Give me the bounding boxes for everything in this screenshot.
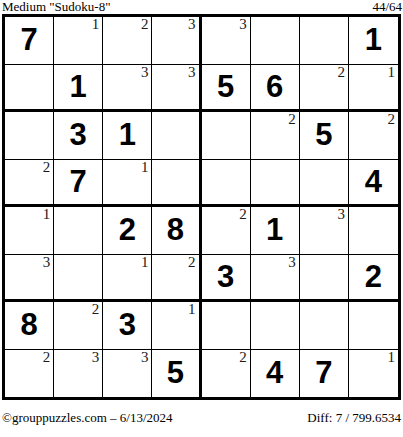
cell-r8c2[interactable]: 3 [54,350,103,398]
cell-r6c2[interactable] [54,255,103,303]
cell-r1c4[interactable]: 3 [152,17,201,65]
cell-r2c3[interactable]: 3 [103,65,152,113]
cell-r4c5[interactable] [202,160,251,208]
corner-mark: 3 [188,64,196,81]
corner-mark: 3 [92,349,100,366]
cell-r3c6[interactable]: 2 [251,112,300,160]
cell-r7c4[interactable]: 1 [152,302,201,350]
cell-r1c7[interactable] [300,17,349,65]
given-digit: 4 [251,350,299,398]
given-digit: 2 [103,207,151,254]
given-digit: 4 [349,160,398,205]
corner-mark: 2 [239,206,247,223]
given-digit: 3 [54,112,102,159]
cell-r4c2[interactable]: 7 [54,160,103,208]
corner-mark: 2 [141,16,149,33]
given-digit: 6 [251,65,299,110]
given-digit: 1 [251,207,299,254]
cell-r7c6[interactable] [251,302,300,350]
cell-r8c5[interactable]: 2 [202,350,251,398]
cell-r5c5[interactable]: 2 [202,207,251,255]
corner-mark: 1 [141,254,149,271]
given-digit: 5 [202,65,250,110]
given-digit: 3 [202,255,250,300]
cell-r4c3[interactable]: 1 [103,160,152,208]
corner-mark: 3 [239,16,247,33]
cell-r2c4[interactable]: 3 [152,65,201,113]
page-footer: ©grouppuzzles.com – 6/13/2024 Diff: 7 / … [2,410,401,425]
corner-mark: 1 [188,301,196,318]
cell-r3c5[interactable] [202,112,251,160]
cell-r2c8[interactable]: 1 [349,65,398,113]
given-digit: 1 [103,112,151,159]
corner-mark: 2 [288,111,296,128]
corner-mark: 3 [337,206,345,223]
cell-r4c1[interactable]: 2 [5,160,54,208]
cell-r7c8[interactable] [349,302,398,350]
corner-mark: 2 [239,349,247,366]
cell-r2c1[interactable] [5,65,54,113]
cell-r7c7[interactable] [300,302,349,350]
corner-mark: 3 [141,349,149,366]
cell-r3c1[interactable] [5,112,54,160]
cell-r6c3[interactable]: 1 [103,255,152,303]
sudoku-board: 7123311335621312522714128213312332823123… [2,14,401,400]
copyright-date: ©grouppuzzles.com – 6/13/2024 [2,410,173,425]
cell-r1c3[interactable]: 2 [103,17,152,65]
cell-r3c7[interactable]: 5 [300,112,349,160]
given-digit: 3 [103,302,151,349]
cell-r4c8[interactable]: 4 [349,160,398,208]
cell-r8c4[interactable]: 5 [152,350,201,398]
corner-mark: 3 [43,254,51,271]
cell-r1c8[interactable]: 1 [349,17,398,65]
cell-r5c8[interactable] [349,207,398,255]
given-digit: 5 [152,350,198,398]
given-digit: 7 [54,160,102,205]
cell-r2c5[interactable]: 5 [202,65,251,113]
cell-r3c4[interactable] [152,112,201,160]
corner-mark: 1 [141,159,149,176]
cell-r7c1[interactable]: 8 [5,302,54,350]
corner-mark: 3 [141,64,149,81]
corner-mark: 2 [337,64,345,81]
page-header: Medium "Sudoku-8" 44/64 [2,0,402,13]
corner-mark: 2 [188,254,196,271]
given-digit: 7 [5,17,53,64]
corner-mark: 2 [43,349,51,366]
cell-r5c3[interactable]: 2 [103,207,152,255]
cell-r4c7[interactable] [300,160,349,208]
given-digit: 5 [300,112,348,159]
given-digit: 8 [5,302,53,349]
given-digit: 8 [152,207,198,254]
cell-r5c4[interactable]: 8 [152,207,201,255]
corner-mark: 1 [388,349,396,366]
corner-mark: 2 [388,111,396,128]
corner-mark: 3 [188,16,196,33]
cell-r6c1[interactable]: 3 [5,255,54,303]
corner-mark: 2 [92,301,100,318]
cell-r5c1[interactable]: 1 [5,207,54,255]
given-digit: 1 [54,65,102,110]
corner-mark: 1 [92,16,100,33]
cell-r6c8[interactable]: 2 [349,255,398,303]
cell-r6c4[interactable]: 2 [152,255,201,303]
cell-r2c7[interactable]: 2 [300,65,349,113]
corner-mark: 1 [43,206,51,223]
given-digit: 7 [300,350,348,398]
cell-r8c6[interactable]: 4 [251,350,300,398]
cell-r5c2[interactable] [54,207,103,255]
puzzle-counter: 44/64 [372,0,402,13]
cell-r6c6[interactable]: 3 [251,255,300,303]
corner-mark: 2 [43,159,51,176]
cell-r1c5[interactable]: 3 [202,17,251,65]
cell-r3c2[interactable]: 3 [54,112,103,160]
puzzle-title: Medium "Sudoku-8" [2,0,110,13]
cell-r1c1[interactable]: 7 [5,17,54,65]
corner-mark: 3 [288,254,296,271]
cell-r2c2[interactable]: 1 [54,65,103,113]
cell-r3c3[interactable]: 1 [103,112,152,160]
cell-r6c5[interactable]: 3 [202,255,251,303]
cell-r5c6[interactable]: 1 [251,207,300,255]
cell-r1c2[interactable]: 1 [54,17,103,65]
cell-r8c3[interactable]: 3 [103,350,152,398]
difficulty-label: Diff: 7 / 799.6534 [307,410,401,425]
cell-r8c1[interactable]: 2 [5,350,54,398]
cell-r4c6[interactable] [251,160,300,208]
cell-r3c8[interactable]: 2 [349,112,398,160]
given-digit: 2 [349,255,398,300]
given-digit: 1 [349,17,398,64]
cell-r7c5[interactable] [202,302,251,350]
cell-r8c7[interactable]: 7 [300,350,349,398]
corner-mark: 1 [388,64,396,81]
cell-r6c7[interactable] [300,255,349,303]
cell-r4c4[interactable] [152,160,201,208]
cell-r1c6[interactable] [251,17,300,65]
cell-r5c7[interactable]: 3 [300,207,349,255]
cell-r7c2[interactable]: 2 [54,302,103,350]
cell-r7c3[interactable]: 3 [103,302,152,350]
cell-r8c8[interactable]: 1 [349,350,398,398]
cell-r2c6[interactable]: 6 [251,65,300,113]
